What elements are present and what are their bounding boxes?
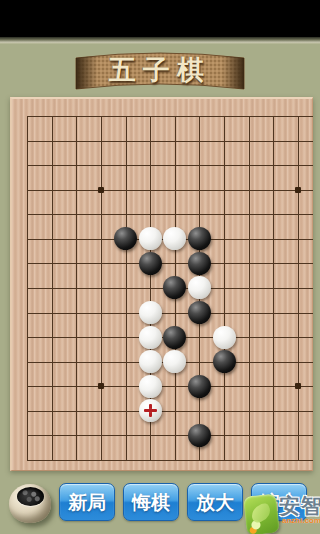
grid-hline (27, 411, 313, 412)
black-stone (114, 227, 137, 250)
status-bar-edge (0, 37, 320, 44)
black-stone (188, 424, 211, 447)
app-screen: 五子棋 新局 悔棋 放大 缩小 安智 anzhi.com (0, 0, 320, 534)
black-stone (188, 252, 211, 275)
black-stone (139, 252, 162, 275)
grid-hline (27, 214, 313, 215)
grid-hline (27, 165, 313, 166)
black-stone (163, 326, 186, 349)
grid-vline (27, 116, 28, 460)
white-stone (139, 375, 162, 398)
stone-bowl-icon (9, 484, 51, 523)
grid-vline (273, 116, 274, 460)
black-stone (213, 350, 236, 373)
grid-hline (27, 460, 313, 461)
black-stones-in-bowl (17, 487, 44, 506)
title-banner: 五子棋 (74, 48, 246, 94)
black-stone (163, 276, 186, 299)
white-stone (139, 326, 162, 349)
status-bar (0, 0, 320, 37)
star-point (295, 383, 301, 389)
grid-hline (27, 313, 313, 314)
black-stone (188, 375, 211, 398)
grid-vline (52, 116, 53, 460)
star-point (98, 187, 104, 193)
grid-hline (27, 116, 313, 117)
anzhi-watermark: 安智 anzhi.com (243, 492, 320, 534)
grid-vline (126, 116, 127, 460)
white-stone (139, 350, 162, 373)
watermark-subtext: anzhi.com (282, 516, 320, 525)
undo-button[interactable]: 悔棋 (123, 483, 179, 521)
grid-hline (27, 263, 313, 264)
app-title: 五子棋 (74, 53, 246, 87)
white-stone (139, 227, 162, 250)
grid-vline (101, 116, 102, 460)
white-stone (163, 350, 186, 373)
grid-vline (224, 116, 225, 460)
white-stone (139, 301, 162, 324)
white-stone (163, 227, 186, 250)
grid-vline (298, 116, 299, 460)
star-point (98, 383, 104, 389)
anzhi-mascot-icon (243, 493, 280, 534)
grid-hline (27, 141, 313, 142)
zoom-in-button[interactable]: 放大 (187, 483, 243, 521)
white-stone (188, 276, 211, 299)
leaf-icon (248, 502, 273, 525)
grid-hline (27, 190, 313, 191)
grid-hline (27, 386, 313, 387)
grid-hline (27, 435, 313, 436)
white-stone (213, 326, 236, 349)
grid-vline (249, 116, 250, 460)
white-stone (139, 399, 162, 422)
new-game-button[interactable]: 新局 (59, 483, 115, 521)
black-stone (188, 301, 211, 324)
grid-vline (76, 116, 77, 460)
black-stone (188, 227, 211, 250)
game-board[interactable] (10, 97, 313, 471)
star-point (295, 187, 301, 193)
